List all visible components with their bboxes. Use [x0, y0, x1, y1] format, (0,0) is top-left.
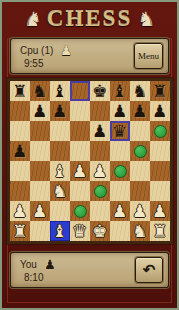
square-f5[interactable]: [110, 141, 130, 161]
black-king: ♚: [92, 83, 107, 100]
square-b7[interactable]: ♟: [30, 101, 50, 121]
square-b4[interactable]: [30, 161, 50, 181]
white-pawn: ♟: [112, 203, 127, 220]
black-queen: ♛: [112, 123, 127, 140]
square-e7[interactable]: [90, 101, 110, 121]
square-g6[interactable]: [130, 121, 150, 141]
square-h6[interactable]: [150, 121, 170, 141]
board-frame: ♜♞♝♚♝♞♜♟♟♟♟♟♟♛♟♝♟♟♞♟♟♟♟♟♜♝♛♚♞♜: [7, 78, 173, 244]
undo-button[interactable]: ↶: [135, 257, 163, 283]
cpu-clock: 9:55: [24, 58, 72, 69]
square-b6[interactable]: [30, 121, 50, 141]
app-window: ♞ CHESS ♞ Cpu (1) ♟ 9:55 Menu ♜♞♝♚♝♞♜♟♟♟…: [0, 0, 179, 310]
square-e3[interactable]: [90, 181, 110, 201]
you-clock: 8:10: [24, 272, 56, 283]
square-c2[interactable]: [50, 201, 70, 221]
square-a8[interactable]: ♜: [10, 81, 30, 101]
white-pawn: ♟: [32, 203, 47, 220]
square-d1[interactable]: ♛: [70, 221, 90, 241]
square-g4[interactable]: [130, 161, 150, 181]
square-g3[interactable]: [130, 181, 150, 201]
square-e5[interactable]: [90, 141, 110, 161]
square-e2[interactable]: [90, 201, 110, 221]
legal-move-dot[interactable]: [114, 165, 127, 178]
square-b2[interactable]: ♟: [30, 201, 50, 221]
square-c5[interactable]: [50, 141, 70, 161]
cpu-player-bar: Cpu (1) ♟ 9:55 Menu: [10, 38, 169, 74]
square-b1[interactable]: [30, 221, 50, 241]
legal-move-dot[interactable]: [94, 185, 107, 198]
square-h8[interactable]: ♜: [150, 81, 170, 101]
square-h3[interactable]: [150, 181, 170, 201]
black-rook: ♜: [152, 83, 167, 100]
white-knight: ♞: [52, 183, 67, 200]
black-pawn: ♟: [32, 103, 47, 120]
square-e1[interactable]: ♚: [90, 221, 110, 241]
square-b5[interactable]: [30, 141, 50, 161]
square-g5[interactable]: [130, 141, 150, 161]
square-h7[interactable]: ♟: [150, 101, 170, 121]
square-d5[interactable]: [70, 141, 90, 161]
square-f3[interactable]: [110, 181, 130, 201]
black-pawn: ♟: [152, 103, 167, 120]
white-knight: ♞: [132, 223, 147, 240]
white-king: ♚: [92, 223, 107, 240]
square-g8[interactable]: ♞: [130, 81, 150, 101]
square-f7[interactable]: ♟: [110, 101, 130, 121]
square-a5[interactable]: ♟: [10, 141, 30, 161]
white-queen: ♛: [72, 223, 87, 240]
black-bishop: ♝: [52, 83, 67, 100]
black-pawn: ♟: [132, 103, 147, 120]
square-g2[interactable]: ♟: [130, 201, 150, 221]
undo-icon: ↶: [143, 263, 156, 278]
menu-button[interactable]: Menu: [134, 43, 163, 69]
white-rook: ♜: [12, 223, 27, 240]
square-c7[interactable]: ♟: [50, 101, 70, 121]
white-rook: ♜: [152, 223, 167, 240]
legal-move-dot[interactable]: [154, 125, 167, 138]
square-a1[interactable]: ♜: [10, 221, 30, 241]
square-d6[interactable]: [70, 121, 90, 141]
square-b3[interactable]: [30, 181, 50, 201]
square-h5[interactable]: [150, 141, 170, 161]
black-pawn: ♟: [12, 143, 27, 160]
square-d4[interactable]: ♟: [70, 161, 90, 181]
square-c3[interactable]: ♞: [50, 181, 70, 201]
cpu-pawn-icon: ♟: [60, 44, 72, 57]
white-pawn: ♟: [132, 203, 147, 220]
white-bishop: ♝: [52, 223, 67, 240]
white-pawn: ♟: [92, 163, 107, 180]
black-rook: ♜: [12, 83, 27, 100]
square-a7[interactable]: [10, 101, 30, 121]
black-knight: ♞: [32, 83, 47, 100]
title-bar: ♞ CHESS ♞: [2, 2, 177, 36]
square-e4[interactable]: ♟: [90, 161, 110, 181]
square-c1[interactable]: ♝: [50, 221, 70, 241]
you-player-name: You: [20, 259, 37, 270]
square-h4[interactable]: [150, 161, 170, 181]
square-f8[interactable]: ♝: [110, 81, 130, 101]
legal-move-dot[interactable]: [134, 145, 147, 158]
square-g1[interactable]: ♞: [130, 221, 150, 241]
black-pawn: ♟: [52, 103, 67, 120]
black-pawn: ♟: [112, 103, 127, 120]
white-pawn: ♟: [72, 163, 87, 180]
square-a4[interactable]: [10, 161, 30, 181]
square-c8[interactable]: ♝: [50, 81, 70, 101]
square-f2[interactable]: ♟: [110, 201, 130, 221]
board: ♜♞♝♚♝♞♜♟♟♟♟♟♟♛♟♝♟♟♞♟♟♟♟♟♜♝♛♚♞♜: [10, 81, 170, 241]
square-e8[interactable]: ♚: [90, 81, 110, 101]
right-knight-icon: ♞: [137, 9, 155, 29]
square-d3[interactable]: [70, 181, 90, 201]
left-knight-icon: ♞: [24, 9, 42, 29]
legal-move-dot[interactable]: [74, 205, 87, 218]
square-f6[interactable]: ♛: [110, 121, 130, 141]
white-pawn: ♟: [152, 203, 167, 220]
black-pawn: ♟: [92, 123, 107, 140]
square-e6[interactable]: ♟: [90, 121, 110, 141]
white-pawn: ♟: [12, 203, 27, 220]
square-c6[interactable]: [50, 121, 70, 141]
square-f1[interactable]: [110, 221, 130, 241]
square-h2[interactable]: ♟: [150, 201, 170, 221]
square-d8[interactable]: [70, 81, 90, 101]
you-pawn-icon: ♟: [44, 258, 56, 271]
you-player-bar: You ♟ 8:10 ↶: [10, 252, 169, 288]
square-f4[interactable]: [110, 161, 130, 181]
square-c4[interactable]: ♝: [50, 161, 70, 181]
cpu-player-name: Cpu (1): [20, 45, 53, 56]
square-d2[interactable]: [70, 201, 90, 221]
square-g7[interactable]: ♟: [130, 101, 150, 121]
square-d7[interactable]: [70, 101, 90, 121]
white-bishop: ♝: [52, 163, 67, 180]
square-a2[interactable]: ♟: [10, 201, 30, 221]
black-knight: ♞: [132, 83, 147, 100]
square-a6[interactable]: [10, 121, 30, 141]
square-a3[interactable]: [10, 181, 30, 201]
square-h1[interactable]: ♜: [150, 221, 170, 241]
square-b8[interactable]: ♞: [30, 81, 50, 101]
black-bishop: ♝: [112, 83, 127, 100]
app-title: CHESS: [47, 6, 132, 32]
